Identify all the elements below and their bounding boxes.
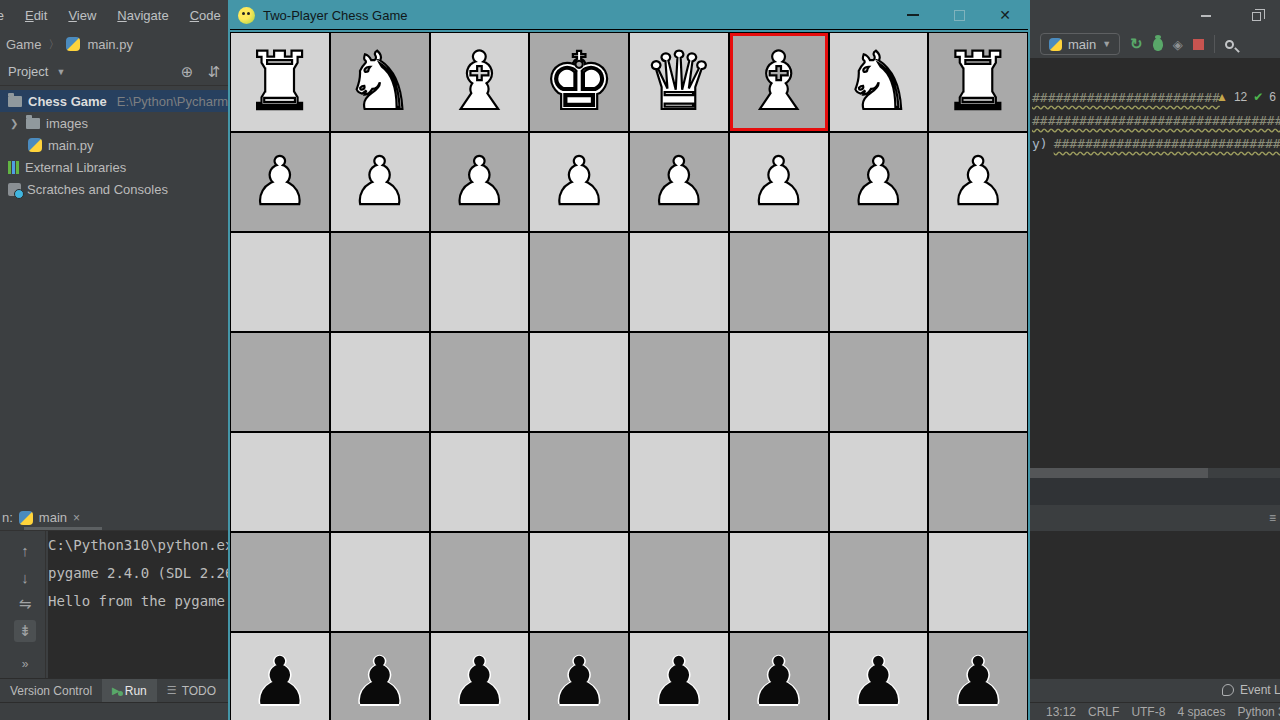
run-panel-label: n: <box>2 510 13 525</box>
menu-view[interactable]: View <box>68 8 96 23</box>
warning-count: 12 <box>1234 90 1247 104</box>
square-r2c1[interactable] <box>330 232 430 332</box>
square-r6c3[interactable]: ♟ <box>529 632 629 720</box>
todo-button[interactable]: ☰ TODO <box>157 679 226 702</box>
run-config-selector[interactable]: main ▼ <box>1040 33 1120 55</box>
project-root-label: Chess Game <box>28 94 107 109</box>
chevron-down-icon[interactable]: ▼ <box>56 67 65 77</box>
todo-label: TODO <box>182 684 216 698</box>
square-r4c5[interactable] <box>729 432 829 532</box>
python-file-icon <box>66 37 80 51</box>
square-r0c1[interactable]: ♞ <box>330 32 430 132</box>
run-tab-main[interactable]: main <box>39 510 67 525</box>
breadcrumb-file[interactable]: main.py <box>87 37 133 52</box>
piece-P: ♟ <box>550 149 609 215</box>
square-r4c0[interactable] <box>230 432 330 532</box>
python-file-icon <box>28 138 42 152</box>
menu-file[interactable]: File <box>0 8 4 23</box>
chess-close-button[interactable]: ✕ <box>982 0 1028 30</box>
square-r3c2[interactable] <box>430 332 530 432</box>
tree-item-scratches[interactable]: Scratches and Consoles <box>0 178 228 200</box>
piece-B: ♝ <box>743 42 815 122</box>
editor-pane[interactable]: ######################## ###############… <box>1030 58 1280 468</box>
menu-edit[interactable]: Edit <box>25 8 47 23</box>
run-icon[interactable]: ↻ <box>1130 35 1143 53</box>
square-r2c5[interactable] <box>729 232 829 332</box>
search-icon[interactable] <box>1225 40 1234 49</box>
piece-P: ♟ <box>350 149 409 215</box>
maximize-icon <box>954 10 965 21</box>
square-r3c7[interactable] <box>928 332 1028 432</box>
piece-R: ♜ <box>942 42 1014 122</box>
square-r2c2[interactable] <box>430 232 530 332</box>
piece-p: ♟ <box>450 649 509 715</box>
chevron-right-icon: 〉 <box>48 37 59 52</box>
menu-code[interactable]: Code <box>190 8 221 23</box>
scratches-icon <box>8 183 21 196</box>
settings-icon[interactable]: ≡ <box>1269 511 1276 525</box>
square-r6c1[interactable]: ♟ <box>330 632 430 720</box>
project-panel: Project ▼ ⊕ ⇵ Chess Game E:\Python\Pycha… <box>0 58 228 505</box>
version-control-button[interactable]: Version Control <box>0 679 102 702</box>
console-line-3: Hello from the pygame co <box>48 587 228 615</box>
square-r2c7[interactable] <box>928 232 1028 332</box>
run-label: Run <box>125 684 147 698</box>
piece-p: ♟ <box>649 649 708 715</box>
square-r3c6[interactable] <box>829 332 929 432</box>
ok-count: 6 <box>1269 90 1276 104</box>
square-r1c5[interactable]: ♟ <box>729 132 829 232</box>
run-config-name: main <box>1068 37 1096 52</box>
square-r0c4[interactable]: ♛ <box>629 32 729 132</box>
square-r6c5[interactable]: ♟ <box>729 632 829 720</box>
square-r2c3[interactable] <box>529 232 629 332</box>
locate-icon[interactable]: ⊕ <box>181 63 194 81</box>
line-ending[interactable]: CRLF <box>1088 705 1119 719</box>
square-r5c0[interactable] <box>230 532 330 632</box>
debug-icon[interactable] <box>1153 38 1163 51</box>
piece-R: ♜ <box>244 42 316 122</box>
square-r2c4[interactable] <box>629 232 729 332</box>
run-tool-button[interactable]: ▶ Run <box>102 679 157 702</box>
breadcrumb-project[interactable]: Game <box>6 37 41 52</box>
square-r1c6[interactable]: ♟ <box>829 132 929 232</box>
square-r5c2[interactable] <box>430 532 530 632</box>
play-icon: ▶ <box>112 685 120 696</box>
square-r3c0[interactable] <box>230 332 330 432</box>
square-r5c1[interactable] <box>330 532 430 632</box>
menu-navigate[interactable]: Navigate <box>117 8 168 23</box>
square-r5c3[interactable] <box>529 532 629 632</box>
chevron-down-icon: ▼ <box>1102 39 1111 49</box>
external-libraries-label: External Libraries <box>25 160 126 175</box>
encoding[interactable]: UTF-8 <box>1131 705 1165 719</box>
square-r3c3[interactable] <box>529 332 629 432</box>
piece-p: ♟ <box>350 649 409 715</box>
warning-icon: ▲ <box>1216 90 1228 104</box>
square-r4c6[interactable] <box>829 432 929 532</box>
piece-p: ♟ <box>749 649 808 715</box>
square-r1c0[interactable]: ♟ <box>230 132 330 232</box>
scroll-to-end-icon[interactable]: ⇟ <box>14 620 36 642</box>
ide-minimize-button[interactable] <box>1192 8 1220 24</box>
restore-icon <box>1252 12 1261 21</box>
piece-p: ♟ <box>250 649 309 715</box>
folder-icon <box>8 96 22 107</box>
run-panel-right-area <box>1030 531 1280 678</box>
run-console[interactable]: C:\Python310\python.exe pygame 2.4.0 (SD… <box>48 531 228 678</box>
soft-wrap-icon[interactable]: ⇋ <box>14 593 36 615</box>
interpreter[interactable]: Python 3.10 <box>1237 705 1280 719</box>
piece-P: ♟ <box>749 149 808 215</box>
code-line-2: ########################################… <box>1032 113 1280 128</box>
square-r1c1[interactable]: ♟ <box>330 132 430 232</box>
piece-N: ♞ <box>843 42 915 122</box>
active-tab-underline <box>24 527 102 530</box>
square-r0c6[interactable]: ♞ <box>829 32 929 132</box>
square-r6c6[interactable]: ♟ <box>829 632 929 720</box>
piece-Q: ♛ <box>643 42 715 122</box>
chess-board: ♜♞♝♚♛♝♞♜♟♟♟♟♟♟♟♟♟♟♟♟♟♟♟♟ <box>230 30 1028 720</box>
event-log-icon <box>1222 684 1234 696</box>
square-r0c0[interactable]: ♜ <box>230 32 330 132</box>
tree-item-images[interactable]: ❯ images <box>0 112 228 134</box>
run-toolbar: main ▼ ↻ ◈ <box>1040 30 1280 58</box>
square-r6c0[interactable]: ♟ <box>230 632 330 720</box>
console-line-1: C:\Python310\python.exe <box>48 531 228 559</box>
square-r5c5[interactable] <box>729 532 829 632</box>
chess-minimize-button[interactable] <box>890 0 936 30</box>
folder-icon <box>26 118 40 129</box>
minimize-icon <box>1201 15 1211 17</box>
run-panel-right-header: ≡ <box>1030 505 1280 531</box>
run-toolbar-gutter: ↑ ↓ ⇋ ⇟ » <box>0 531 46 678</box>
piece-p: ♟ <box>550 649 609 715</box>
scratches-label: Scratches and Consoles <box>27 182 168 197</box>
more-options-icon[interactable]: » <box>14 653 36 675</box>
square-r5c6[interactable] <box>829 532 929 632</box>
images-label: images <box>46 116 88 131</box>
square-r2c0[interactable] <box>230 232 330 332</box>
square-r6c2[interactable]: ♟ <box>430 632 530 720</box>
piece-P: ♟ <box>450 149 509 215</box>
piece-K: ♚ <box>543 42 615 122</box>
libraries-icon <box>8 161 19 174</box>
square-r2c6[interactable] <box>829 232 929 332</box>
down-stack-trace-icon[interactable]: ↓ <box>14 566 36 588</box>
project-panel-header: Project ▼ ⊕ ⇵ <box>0 58 228 86</box>
square-r5c7[interactable] <box>928 532 1028 632</box>
piece-P: ♟ <box>649 149 708 215</box>
square-r1c7[interactable]: ♟ <box>928 132 1028 232</box>
square-r0c5[interactable]: ♝ <box>729 32 829 132</box>
caret-position[interactable]: 13:12 <box>1046 705 1076 719</box>
code-fragment: y) <box>1032 136 1048 151</box>
square-r0c7[interactable]: ♜ <box>928 32 1028 132</box>
square-r4c4[interactable] <box>629 432 729 532</box>
square-r6c4[interactable]: ♟ <box>629 632 729 720</box>
piece-N: ♞ <box>344 42 416 122</box>
chevron-right-icon[interactable]: ❯ <box>10 118 20 129</box>
square-r4c2[interactable] <box>430 432 530 532</box>
event-log-label: Event Log <box>1240 683 1280 697</box>
square-r6c7[interactable]: ♟ <box>928 632 1028 720</box>
code-line-3: y)######################################… <box>1032 136 1280 151</box>
version-control-label: Version Control <box>10 684 92 698</box>
main-py-label: main.py <box>48 138 94 153</box>
chess-maximize-button[interactable] <box>936 0 982 30</box>
chess-game-window: Two-Player Chess Game ✕ ♜♞♝♚♛♝♞♜♟♟♟♟♟♟♟♟… <box>228 0 1030 720</box>
indent[interactable]: 4 spaces <box>1177 705 1225 719</box>
stop-icon[interactable] <box>1193 39 1204 50</box>
check-icon: ✔ <box>1253 90 1263 104</box>
inspection-widget[interactable]: ▲ 12 ✔ 6 <box>1216 90 1276 104</box>
square-r1c3[interactable]: ♟ <box>529 132 629 232</box>
square-r5c4[interactable] <box>629 532 729 632</box>
tree-item-project-root[interactable]: Chess Game E:\Python\PycharmProjects <box>0 90 228 112</box>
ide-maximize-button[interactable] <box>1242 8 1270 24</box>
piece-P: ♟ <box>849 149 908 215</box>
square-r0c2[interactable]: ♝ <box>430 32 530 132</box>
tree-item-external-libraries[interactable]: External Libraries <box>0 156 228 178</box>
piece-p: ♟ <box>849 649 908 715</box>
console-line-2: pygame 2.4.0 (SDL 2.26. <box>48 559 228 587</box>
toolbar-separator <box>1214 35 1215 53</box>
piece-P: ♟ <box>949 149 1008 215</box>
chess-titlebar[interactable]: Two-Player Chess Game ✕ <box>230 0 1028 30</box>
code-line-1: ######################## <box>1032 90 1220 105</box>
square-r1c4[interactable]: ♟ <box>629 132 729 232</box>
pygame-icon <box>238 7 255 24</box>
project-panel-title[interactable]: Project <box>8 64 48 79</box>
tree-item-main-py[interactable]: main.py <box>0 134 228 156</box>
square-r4c1[interactable] <box>330 432 430 532</box>
python-icon <box>19 511 33 525</box>
up-stack-trace-icon[interactable]: ↑ <box>14 539 36 561</box>
square-r4c3[interactable] <box>529 432 629 532</box>
coverage-icon[interactable]: ◈ <box>1173 37 1183 52</box>
project-root-path: E:\Python\PycharmProjects <box>117 94 228 109</box>
piece-B: ♝ <box>444 42 516 122</box>
python-icon <box>1049 38 1062 51</box>
breadcrumb: Game 〉 main.py <box>0 30 228 58</box>
piece-p: ♟ <box>949 649 1008 715</box>
minimize-icon <box>907 14 919 16</box>
square-r4c7[interactable] <box>928 432 1028 532</box>
list-icon: ☰ <box>167 684 177 697</box>
horizontal-scrollbar[interactable] <box>1030 468 1208 478</box>
close-icon[interactable]: × <box>73 511 80 525</box>
square-r0c3[interactable]: ♚ <box>529 32 629 132</box>
square-r3c4[interactable] <box>629 332 729 432</box>
square-r3c5[interactable] <box>729 332 829 432</box>
square-r3c1[interactable] <box>330 332 430 432</box>
piece-P: ♟ <box>250 149 309 215</box>
editor-bottom-strip <box>1030 478 1280 505</box>
square-r1c2[interactable]: ♟ <box>430 132 530 232</box>
event-log-button[interactable]: Event Log <box>1222 678 1280 702</box>
collapse-all-icon[interactable]: ⇵ <box>207 63 220 81</box>
chess-window-title: Two-Player Chess Game <box>263 8 408 23</box>
